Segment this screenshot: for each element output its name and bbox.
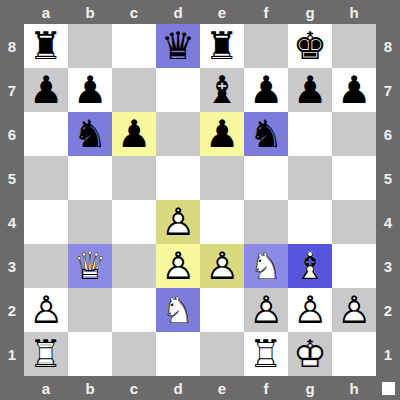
piece-white-knight: ♞♘	[244, 244, 288, 288]
square-d2[interactable]: ♞♘	[156, 288, 200, 332]
pawn-glyph: ♙	[156, 244, 200, 288]
square-f5[interactable]	[244, 156, 288, 200]
square-a1[interactable]: ♜♖	[24, 332, 68, 376]
rank-label-1-right: 1	[376, 332, 400, 376]
piece-black-pawn: ♟	[244, 68, 288, 112]
pawn-glyph: ♟	[112, 112, 156, 156]
square-c6[interactable]: ♟	[112, 112, 156, 156]
rook-glyph: ♜	[200, 24, 244, 68]
knight-glyph: ♞	[68, 112, 112, 156]
square-d5[interactable]	[156, 156, 200, 200]
pawn-glyph: ♙	[244, 288, 288, 332]
file-label-c-bottom: c	[112, 376, 156, 400]
square-f6[interactable]: ♞	[244, 112, 288, 156]
square-e3[interactable]: ♟♙	[200, 244, 244, 288]
square-e6[interactable]: ♟	[200, 112, 244, 156]
square-d4[interactable]: ♟♙	[156, 200, 200, 244]
square-h1[interactable]	[332, 332, 376, 376]
square-c7[interactable]	[112, 68, 156, 112]
square-a8[interactable]: ♜	[24, 24, 68, 68]
rank-label-8-left: 8	[0, 24, 24, 68]
side-to-move-indicator	[382, 382, 395, 395]
knight-glyph: ♘	[156, 288, 200, 332]
piece-black-pawn: ♟	[332, 68, 376, 112]
rank-label-2-left: 2	[0, 288, 24, 332]
rook-glyph: ♖	[244, 332, 288, 376]
king-glyph: ♚	[288, 24, 332, 68]
pawn-glyph: ♙	[332, 288, 376, 332]
rank-label-6-left: 6	[0, 112, 24, 156]
piece-black-rook: ♜	[200, 24, 244, 68]
square-g4[interactable]	[288, 200, 332, 244]
piece-white-bishop: ♝♗	[288, 244, 332, 288]
rank-label-7-right: 7	[376, 68, 400, 112]
square-a4[interactable]	[24, 200, 68, 244]
knight-glyph: ♘	[244, 244, 288, 288]
pawn-glyph: ♟	[332, 68, 376, 112]
piece-black-knight: ♞	[68, 112, 112, 156]
square-h2[interactable]: ♟♙	[332, 288, 376, 332]
piece-black-queen: ♛	[156, 24, 200, 68]
file-label-a-bottom: a	[24, 376, 68, 400]
rook-glyph: ♖	[24, 332, 68, 376]
square-g8[interactable]: ♚	[288, 24, 332, 68]
square-d8[interactable]: ♛	[156, 24, 200, 68]
piece-white-rook: ♜♖	[24, 332, 68, 376]
piece-black-pawn: ♟	[112, 112, 156, 156]
square-c4[interactable]	[112, 200, 156, 244]
square-h5[interactable]	[332, 156, 376, 200]
piece-white-pawn: ♟♙	[288, 288, 332, 332]
square-h7[interactable]: ♟	[332, 68, 376, 112]
piece-white-knight: ♞♘	[156, 288, 200, 332]
board-corner-top-left	[0, 0, 24, 24]
piece-white-pawn: ♟♙	[24, 288, 68, 332]
square-e4[interactable]	[200, 200, 244, 244]
board-corner-bottom-right	[376, 376, 400, 400]
knight-glyph: ♞	[244, 112, 288, 156]
square-a3[interactable]	[24, 244, 68, 288]
rank-label-5-right: 5	[376, 156, 400, 200]
square-b2[interactable]	[68, 288, 112, 332]
pawn-glyph: ♟	[288, 68, 332, 112]
square-e1[interactable]	[200, 332, 244, 376]
file-label-e-top: e	[200, 0, 244, 24]
square-h4[interactable]	[332, 200, 376, 244]
rank-label-8-right: 8	[376, 24, 400, 68]
square-d7[interactable]	[156, 68, 200, 112]
square-a5[interactable]	[24, 156, 68, 200]
square-b5[interactable]	[68, 156, 112, 200]
square-f8[interactable]	[244, 24, 288, 68]
square-f2[interactable]: ♟♙	[244, 288, 288, 332]
file-label-g-bottom: g	[288, 376, 332, 400]
square-d3[interactable]: ♟♙	[156, 244, 200, 288]
square-h3[interactable]	[332, 244, 376, 288]
square-g1[interactable]: ♚♔	[288, 332, 332, 376]
file-label-d-top: d	[156, 0, 200, 24]
pawn-glyph: ♟	[200, 112, 244, 156]
file-label-h-bottom: h	[332, 376, 376, 400]
rank-label-1-left: 1	[0, 332, 24, 376]
king-glyph: ♔	[288, 332, 332, 376]
file-label-f-top: f	[244, 0, 288, 24]
rank-label-2-right: 2	[376, 288, 400, 332]
square-h6[interactable]	[332, 112, 376, 156]
piece-black-king: ♚	[288, 24, 332, 68]
file-label-e-bottom: e	[200, 376, 244, 400]
rook-glyph: ♜	[24, 24, 68, 68]
piece-black-pawn: ♟	[24, 68, 68, 112]
square-b4[interactable]	[68, 200, 112, 244]
square-e5[interactable]	[200, 156, 244, 200]
square-b3[interactable]: ♛♕	[68, 244, 112, 288]
piece-white-king: ♚♔	[288, 332, 332, 376]
square-f4[interactable]	[244, 200, 288, 244]
bishop-glyph: ♗	[288, 244, 332, 288]
piece-white-rook: ♜♖	[244, 332, 288, 376]
square-b1[interactable]	[68, 332, 112, 376]
square-c5[interactable]	[112, 156, 156, 200]
file-label-b-top: b	[68, 0, 112, 24]
piece-white-pawn: ♟♙	[200, 244, 244, 288]
board-corner-top-right	[376, 0, 400, 24]
piece-black-pawn: ♟	[288, 68, 332, 112]
square-e7[interactable]: ♝	[200, 68, 244, 112]
piece-black-pawn: ♟	[200, 112, 244, 156]
bishop-glyph: ♝	[200, 68, 244, 112]
square-f7[interactable]: ♟	[244, 68, 288, 112]
file-label-d-bottom: d	[156, 376, 200, 400]
piece-black-knight: ♞	[244, 112, 288, 156]
pawn-glyph: ♙	[24, 288, 68, 332]
queen-glyph: ♛	[156, 24, 200, 68]
rank-label-3-right: 3	[376, 244, 400, 288]
square-e8[interactable]: ♜	[200, 24, 244, 68]
square-b8[interactable]	[68, 24, 112, 68]
square-c8[interactable]	[112, 24, 156, 68]
file-label-f-bottom: f	[244, 376, 288, 400]
square-c3[interactable]	[112, 244, 156, 288]
file-label-g-top: g	[288, 0, 332, 24]
square-g6[interactable]	[288, 112, 332, 156]
square-h8[interactable]	[332, 24, 376, 68]
file-label-a-top: a	[24, 0, 68, 24]
piece-black-rook: ♜	[24, 24, 68, 68]
board-corner-bottom-left	[0, 376, 24, 400]
rank-label-5-left: 5	[0, 156, 24, 200]
pawn-glyph: ♟	[244, 68, 288, 112]
piece-white-pawn: ♟♙	[244, 288, 288, 332]
pawn-glyph: ♙	[156, 200, 200, 244]
rank-label-4-right: 4	[376, 200, 400, 244]
piece-white-queen: ♛♕	[68, 244, 112, 288]
file-label-b-bottom: b	[68, 376, 112, 400]
pawn-glyph: ♟	[24, 68, 68, 112]
rank-label-4-left: 4	[0, 200, 24, 244]
piece-white-pawn: ♟♙	[156, 200, 200, 244]
square-f1[interactable]: ♜♖	[244, 332, 288, 376]
square-e2[interactable]	[200, 288, 244, 332]
pawn-glyph: ♟	[68, 68, 112, 112]
file-label-c-top: c	[112, 0, 156, 24]
chess-board: abcdefgh8♜♛♜♚87♟♟♝♟♟♟76♞♟♟♞6554♟♙43♛♕♟♙♟…	[0, 0, 400, 400]
square-b7[interactable]: ♟	[68, 68, 112, 112]
square-d6[interactable]	[156, 112, 200, 156]
rank-label-3-left: 3	[0, 244, 24, 288]
pawn-glyph: ♙	[200, 244, 244, 288]
square-b6[interactable]: ♞	[68, 112, 112, 156]
square-f3[interactable]: ♞♘	[244, 244, 288, 288]
piece-black-pawn: ♟	[68, 68, 112, 112]
piece-white-pawn: ♟♙	[156, 244, 200, 288]
square-a2[interactable]: ♟♙	[24, 288, 68, 332]
piece-white-pawn: ♟♙	[332, 288, 376, 332]
file-label-h-top: h	[332, 0, 376, 24]
square-g2[interactable]: ♟♙	[288, 288, 332, 332]
pawn-glyph: ♙	[288, 288, 332, 332]
square-a7[interactable]: ♟	[24, 68, 68, 112]
rank-label-6-right: 6	[376, 112, 400, 156]
square-g3[interactable]: ♝♗	[288, 244, 332, 288]
square-a6[interactable]	[24, 112, 68, 156]
square-g5[interactable]	[288, 156, 332, 200]
piece-black-bishop: ♝	[200, 68, 244, 112]
queen-glyph: ♕	[68, 244, 112, 288]
square-c1[interactable]	[112, 332, 156, 376]
square-g7[interactable]: ♟	[288, 68, 332, 112]
square-d1[interactable]	[156, 332, 200, 376]
rank-label-7-left: 7	[0, 68, 24, 112]
square-c2[interactable]	[112, 288, 156, 332]
